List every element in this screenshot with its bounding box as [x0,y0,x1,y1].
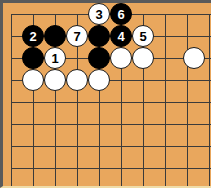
move-number: 2 [29,30,36,43]
stone-white [88,69,110,91]
stone-black-2: 2 [22,25,44,47]
stone-black-4: 4 [110,25,132,47]
stone-white [22,69,44,91]
stone-white-5: 5 [132,25,154,47]
stone-black [88,47,110,69]
move-number: 7 [73,30,80,43]
stone-black [88,25,110,47]
go-board-diagram: 3627451 [0,0,211,188]
stone-white-7: 7 [66,25,88,47]
stone-white [132,47,154,69]
move-number: 4 [117,30,124,43]
stone-black [22,47,44,69]
move-number: 5 [139,30,146,43]
move-number: 3 [95,8,102,21]
stone-white [44,69,66,91]
stone-black [44,25,66,47]
move-number: 1 [51,52,58,65]
stone-white [183,47,205,69]
stone-white-1: 1 [44,47,66,69]
stone-white [66,69,88,91]
stone-black-6: 6 [110,3,132,25]
move-number: 6 [117,8,124,21]
stone-white-3: 3 [88,3,110,25]
stone-white [110,47,132,69]
